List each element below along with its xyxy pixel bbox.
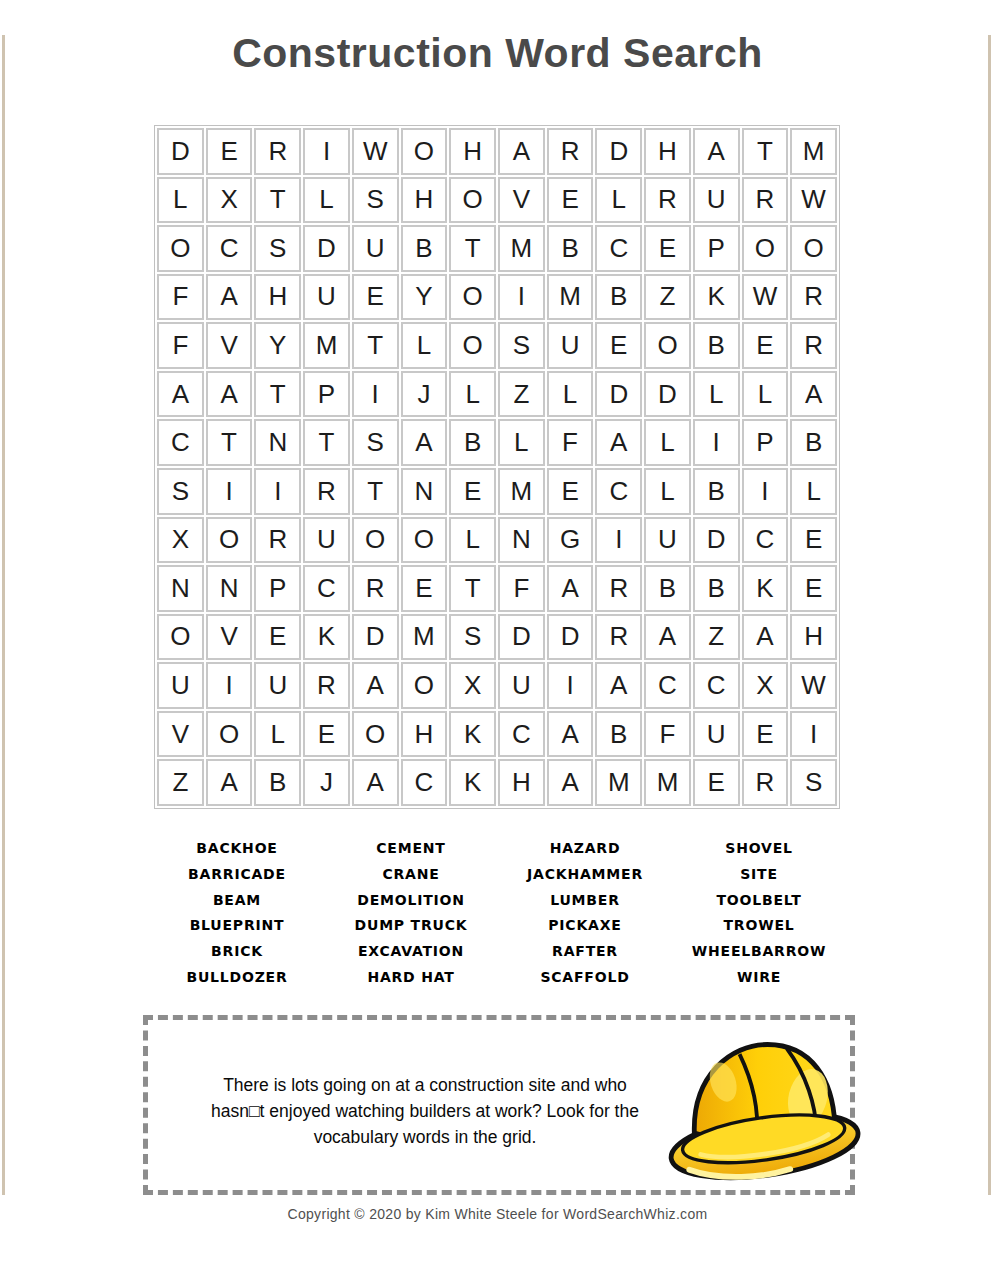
grid-cell: W	[790, 662, 837, 709]
grid-cell: F	[498, 565, 545, 612]
grid-cell: A	[498, 128, 545, 175]
grid-cell: E	[595, 322, 642, 369]
word-item: SHOVEL	[674, 836, 844, 862]
grid-cell: D	[693, 517, 740, 564]
grid-cell: L	[449, 517, 496, 564]
grid-cell: L	[644, 468, 691, 515]
grid-cell: S	[254, 225, 301, 272]
grid-cell: C	[157, 419, 204, 466]
grid-cell: P	[693, 225, 740, 272]
grid-cell: M	[644, 759, 691, 806]
grid-cell: O	[449, 274, 496, 321]
word-list: BACKHOEBARRICADEBEAMBLUEPRINTBRICKBULLDO…	[152, 836, 844, 991]
grid-cell: O	[352, 711, 399, 758]
grid-cell: X	[742, 662, 789, 709]
grid-cell: D	[644, 371, 691, 418]
grid-cell: O	[352, 517, 399, 564]
grid-cell: B	[401, 225, 448, 272]
grid-cell: A	[693, 128, 740, 175]
word-list-column: SHOVELSITETOOLBELTTROWELWHEELBARROWWIRE	[674, 836, 844, 991]
grid-cell: R	[595, 565, 642, 612]
grid-cell: O	[157, 614, 204, 661]
grid-cell: V	[498, 177, 545, 224]
grid-cell: I	[790, 711, 837, 758]
grid-cell: D	[595, 371, 642, 418]
grid-cell: R	[790, 322, 837, 369]
grid-cell: R	[254, 517, 301, 564]
word-item: BEAM	[152, 888, 322, 914]
grid-cell: A	[206, 371, 253, 418]
page-title: Construction Word Search	[0, 30, 995, 77]
word-item: LUMBER	[500, 888, 670, 914]
grid-cell: X	[449, 662, 496, 709]
grid-cell: B	[693, 322, 740, 369]
grid-cell: V	[206, 322, 253, 369]
grid-cell: E	[352, 274, 399, 321]
grid-cell: O	[401, 517, 448, 564]
word-item: DEMOLITION	[326, 888, 496, 914]
word-item: DUMP TRUCK	[326, 913, 496, 939]
grid-cell: E	[644, 225, 691, 272]
grid-cell: L	[693, 371, 740, 418]
grid-cell: M	[498, 225, 545, 272]
grid-cell: L	[254, 711, 301, 758]
grid-cell: I	[303, 128, 350, 175]
grid-cell: O	[401, 128, 448, 175]
word-item: PICKAXE	[500, 913, 670, 939]
grid-cell: U	[498, 662, 545, 709]
grid-cell: N	[157, 565, 204, 612]
grid-cell: J	[401, 371, 448, 418]
grid-cell: H	[254, 274, 301, 321]
grid-cell: M	[547, 274, 594, 321]
word-list-column: CEMENTCRANEDEMOLITIONDUMP TRUCKEXCAVATIO…	[326, 836, 496, 991]
grid-cell: O	[644, 322, 691, 369]
word-item: BACKHOE	[152, 836, 322, 862]
grid-cell: H	[644, 128, 691, 175]
word-item: RAFTER	[500, 939, 670, 965]
grid-cell: O	[157, 225, 204, 272]
grid-cell: A	[352, 759, 399, 806]
grid-cell: P	[303, 371, 350, 418]
hard-hat-icon	[664, 1032, 869, 1184]
word-list-column: BACKHOEBARRICADEBEAMBLUEPRINTBRICKBULLDO…	[152, 836, 322, 991]
grid-cell: W	[790, 177, 837, 224]
grid-cell: U	[303, 274, 350, 321]
grid-cell: M	[595, 759, 642, 806]
grid-cell: W	[352, 128, 399, 175]
grid-cell: U	[157, 662, 204, 709]
grid-cell: A	[644, 614, 691, 661]
grid-cell: A	[547, 711, 594, 758]
grid-cell: I	[206, 662, 253, 709]
grid-cell: R	[352, 565, 399, 612]
grid-cell: T	[449, 565, 496, 612]
copyright-text: Copyright © 2020 by Kim White Steele for…	[0, 1206, 995, 1222]
instruction-line: hasn□t enjoyed watching builders at work…	[170, 1098, 680, 1124]
grid-cell: L	[644, 419, 691, 466]
grid-cell: O	[790, 225, 837, 272]
word-item: JACKHAMMER	[500, 862, 670, 888]
grid-cell: L	[742, 371, 789, 418]
grid-cell: I	[742, 468, 789, 515]
grid-cell: F	[547, 419, 594, 466]
grid-cell: N	[254, 419, 301, 466]
word-item: BULLDOZER	[152, 965, 322, 991]
instruction-text: There is lots going on at a construction…	[170, 1072, 680, 1150]
grid-cell: U	[547, 322, 594, 369]
instruction-line: There is lots going on at a construction…	[170, 1072, 680, 1098]
grid-cell: S	[790, 759, 837, 806]
grid-cell: O	[206, 711, 253, 758]
word-item: EXCAVATION	[326, 939, 496, 965]
grid-cell: Y	[254, 322, 301, 369]
grid-cell: T	[742, 128, 789, 175]
grid-cell: M	[401, 614, 448, 661]
grid-cell: T	[206, 419, 253, 466]
grid-cell: I	[498, 274, 545, 321]
grid-cell: L	[547, 371, 594, 418]
grid-cell: E	[790, 565, 837, 612]
grid-cell: C	[401, 759, 448, 806]
grid-cell: L	[157, 177, 204, 224]
grid-cell: I	[254, 468, 301, 515]
word-item: SCAFFOLD	[500, 965, 670, 991]
grid-cell: M	[790, 128, 837, 175]
grid-cell: D	[498, 614, 545, 661]
grid-cell: F	[157, 274, 204, 321]
grid-cell: M	[498, 468, 545, 515]
grid-cell: I	[547, 662, 594, 709]
grid-cell: P	[742, 419, 789, 466]
grid-cell: B	[595, 711, 642, 758]
grid-cell: O	[449, 322, 496, 369]
grid-cell: O	[449, 177, 496, 224]
grid-cell: M	[303, 322, 350, 369]
grid-cell: A	[595, 419, 642, 466]
grid-cell: A	[742, 614, 789, 661]
grid-cell: E	[303, 711, 350, 758]
grid-cell: B	[547, 225, 594, 272]
grid-cell: J	[303, 759, 350, 806]
grid-cell: I	[206, 468, 253, 515]
worksheet-page: Construction Word Search DERIWOHARDHATML…	[0, 0, 995, 1287]
grid-cell: B	[254, 759, 301, 806]
grid-cell: I	[595, 517, 642, 564]
grid-cell: E	[547, 468, 594, 515]
grid-cell: E	[790, 517, 837, 564]
grid-cell: U	[644, 517, 691, 564]
grid-cell: E	[742, 322, 789, 369]
word-item: WIRE	[674, 965, 844, 991]
grid-cell: L	[498, 419, 545, 466]
grid-cell: C	[498, 711, 545, 758]
grid-cell: S	[157, 468, 204, 515]
grid-cell: Z	[644, 274, 691, 321]
grid-cell: O	[206, 517, 253, 564]
grid-cell: D	[303, 225, 350, 272]
grid-cell: H	[498, 759, 545, 806]
grid-cell: K	[742, 565, 789, 612]
page-edge-line-right	[988, 35, 991, 1195]
grid-cell: K	[449, 759, 496, 806]
word-item: BLUEPRINT	[152, 913, 322, 939]
grid-cell: S	[449, 614, 496, 661]
grid-cell: R	[303, 468, 350, 515]
grid-cell: B	[790, 419, 837, 466]
grid-cell: S	[352, 419, 399, 466]
grid-cell: A	[401, 419, 448, 466]
grid-cell: R	[790, 274, 837, 321]
grid-cell: E	[547, 177, 594, 224]
grid-cell: E	[449, 468, 496, 515]
grid-cell: W	[742, 274, 789, 321]
grid-cell: T	[352, 322, 399, 369]
grid-cell: R	[595, 614, 642, 661]
grid-cell: A	[206, 759, 253, 806]
grid-cell: D	[352, 614, 399, 661]
grid-cell: T	[303, 419, 350, 466]
grid-cell: B	[449, 419, 496, 466]
grid-cell: D	[595, 128, 642, 175]
grid-cell: K	[693, 274, 740, 321]
grid-cell: B	[693, 468, 740, 515]
grid-cell: L	[401, 322, 448, 369]
grid-cell: R	[742, 759, 789, 806]
instruction-line: vocabulary words in the grid.	[170, 1124, 680, 1150]
grid-cell: A	[352, 662, 399, 709]
grid-cell: A	[790, 371, 837, 418]
grid-cell: O	[401, 662, 448, 709]
grid-cell: C	[595, 225, 642, 272]
grid-cell: B	[595, 274, 642, 321]
word-item: BARRICADE	[152, 862, 322, 888]
grid-cell: F	[644, 711, 691, 758]
grid-cell: C	[303, 565, 350, 612]
grid-cell: E	[206, 128, 253, 175]
word-item: HAZARD	[500, 836, 670, 862]
grid-cell: U	[254, 662, 301, 709]
grid-cell: D	[547, 614, 594, 661]
grid-cell: T	[254, 371, 301, 418]
word-item: CEMENT	[326, 836, 496, 862]
grid-cell: L	[595, 177, 642, 224]
grid-cell: Z	[498, 371, 545, 418]
grid-cell: C	[693, 662, 740, 709]
grid-cell: P	[254, 565, 301, 612]
grid-cell: C	[595, 468, 642, 515]
grid-cell: Z	[693, 614, 740, 661]
grid-cell: E	[254, 614, 301, 661]
word-item: TROWEL	[674, 913, 844, 939]
grid-cell: U	[693, 177, 740, 224]
grid-cell: G	[547, 517, 594, 564]
grid-cell: R	[742, 177, 789, 224]
grid-cell: C	[644, 662, 691, 709]
grid-cell: E	[693, 759, 740, 806]
grid-cell: C	[206, 225, 253, 272]
grid-cell: S	[498, 322, 545, 369]
grid-cell: D	[157, 128, 204, 175]
grid-cell: L	[790, 468, 837, 515]
grid-cell: L	[449, 371, 496, 418]
grid-cell: S	[352, 177, 399, 224]
instruction-box: There is lots going on at a construction…	[143, 1015, 855, 1195]
grid-cell: T	[449, 225, 496, 272]
grid-cell: V	[206, 614, 253, 661]
grid-cell: R	[254, 128, 301, 175]
grid-cell: A	[206, 274, 253, 321]
grid-cell: U	[303, 517, 350, 564]
grid-cell: E	[742, 711, 789, 758]
grid-cell: A	[547, 565, 594, 612]
grid-cell: N	[401, 468, 448, 515]
word-search-grid: DERIWOHARDHATMLXTLSHOVELRURWOCSDUBTMBCEP…	[154, 125, 840, 809]
grid-cell: Y	[401, 274, 448, 321]
page-edge-line-left	[2, 35, 5, 1195]
word-item: SITE	[674, 862, 844, 888]
word-item: WHEELBARROW	[674, 939, 844, 965]
grid-cell: H	[449, 128, 496, 175]
grid-cell: U	[352, 225, 399, 272]
grid-cell: N	[498, 517, 545, 564]
grid-cell: Z	[157, 759, 204, 806]
grid-cell: I	[352, 371, 399, 418]
word-list-column: HAZARDJACKHAMMERLUMBERPICKAXERAFTERSCAFF…	[500, 836, 670, 991]
grid-cell: R	[547, 128, 594, 175]
grid-cell: T	[352, 468, 399, 515]
grid-cell: K	[303, 614, 350, 661]
grid-cell: A	[547, 759, 594, 806]
grid-cell: X	[157, 517, 204, 564]
grid-cell: A	[595, 662, 642, 709]
grid-cell: H	[401, 711, 448, 758]
word-item: BRICK	[152, 939, 322, 965]
grid-cell: T	[254, 177, 301, 224]
word-item: HARD HAT	[326, 965, 496, 991]
grid-cell: X	[206, 177, 253, 224]
grid-cell: H	[790, 614, 837, 661]
word-item: CRANE	[326, 862, 496, 888]
grid-cell: V	[157, 711, 204, 758]
grid-cell: H	[401, 177, 448, 224]
grid-cell: R	[644, 177, 691, 224]
grid-cell: B	[644, 565, 691, 612]
grid-cell: B	[693, 565, 740, 612]
grid-cell: K	[449, 711, 496, 758]
grid-cell: O	[742, 225, 789, 272]
grid-cell: L	[303, 177, 350, 224]
grid-cell: A	[157, 371, 204, 418]
grid-cell: U	[693, 711, 740, 758]
grid-cell: E	[401, 565, 448, 612]
word-item: TOOLBELT	[674, 888, 844, 914]
grid-cell: C	[742, 517, 789, 564]
grid-cell: N	[206, 565, 253, 612]
grid-cell: I	[693, 419, 740, 466]
grid-cell: R	[303, 662, 350, 709]
grid-cell: F	[157, 322, 204, 369]
